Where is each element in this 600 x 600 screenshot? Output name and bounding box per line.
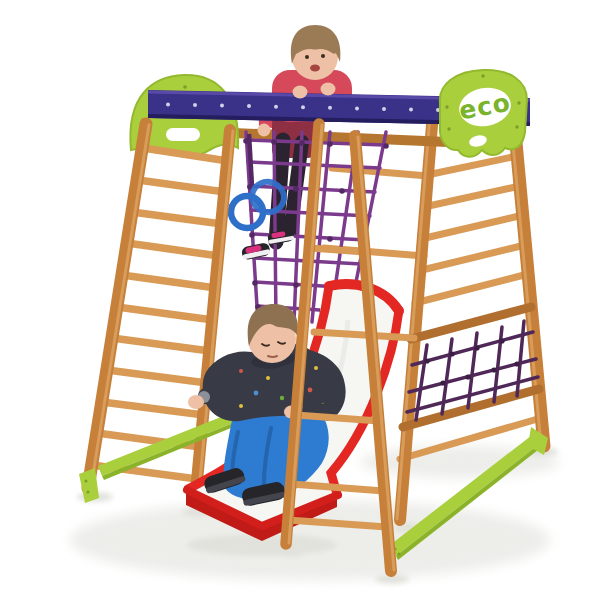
- girl-mouth: [310, 65, 320, 72]
- right-eco-panel: eco: [440, 70, 527, 157]
- product-photo: eco: [0, 0, 600, 600]
- ring-strap: [249, 134, 252, 186]
- playset-illustration: eco: [0, 0, 600, 600]
- girl-hand-on-bar: [258, 124, 271, 137]
- boy-mouth: [268, 356, 277, 357]
- boy-hand-left: [188, 395, 204, 409]
- panel-handle-hole: [166, 128, 200, 141]
